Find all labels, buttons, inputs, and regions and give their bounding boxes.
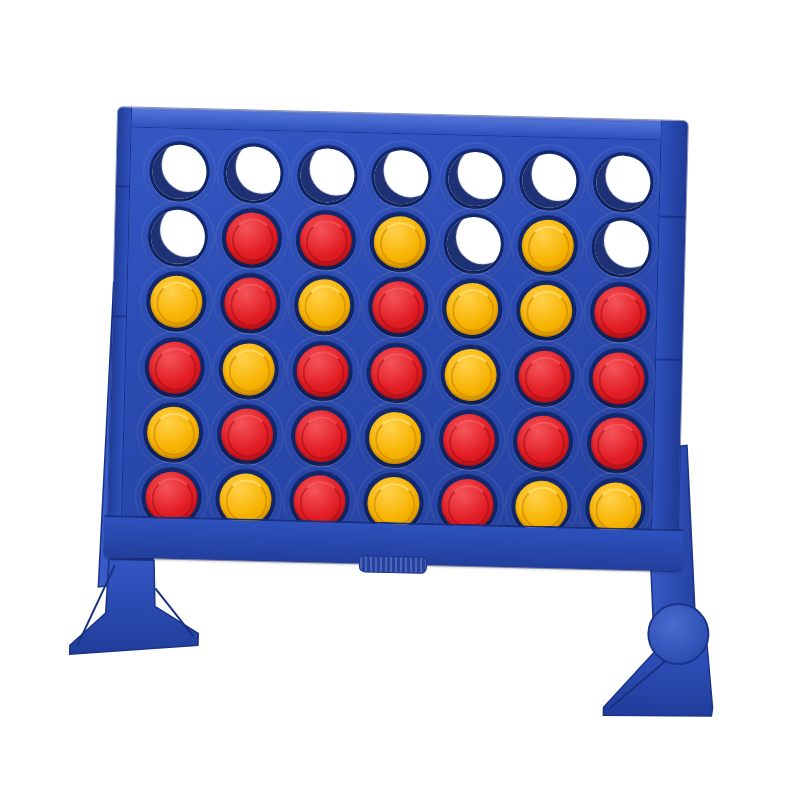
- cell-r5-c4[interactable]: [357, 405, 433, 472]
- cell-r4-c2[interactable]: [211, 336, 287, 403]
- cell-r3-c5[interactable]: [434, 276, 510, 343]
- mold-seam: [660, 216, 686, 219]
- empty-hole: [448, 151, 503, 206]
- cell-r1-c1[interactable]: [142, 138, 218, 205]
- yellow-disc: [444, 348, 497, 401]
- cell-r1-c4[interactable]: [364, 143, 440, 210]
- yellow-disc: [222, 343, 275, 396]
- cell-r1-c5[interactable]: [438, 145, 514, 212]
- cell-r5-c6[interactable]: [505, 408, 581, 475]
- leg-pivot-disc: [648, 603, 709, 664]
- hole-ring: [368, 277, 429, 338]
- hole-ring: [144, 337, 205, 398]
- cell-r5-c2[interactable]: [209, 401, 285, 468]
- hole-ring: [586, 413, 647, 474]
- cell-r4-c4[interactable]: [359, 339, 435, 406]
- hole-ring: [593, 152, 654, 213]
- hole-ring: [519, 150, 580, 211]
- mold-seam: [116, 185, 129, 187]
- red-disc: [592, 352, 645, 405]
- mold-seam: [656, 358, 682, 361]
- cell-r2-c1[interactable]: [140, 203, 216, 270]
- yellow-disc: [520, 284, 573, 337]
- cell-r2-c5[interactable]: [436, 210, 512, 277]
- red-disc: [370, 346, 423, 399]
- cell-r2-c2[interactable]: [214, 205, 290, 272]
- yellow-disc: [150, 275, 203, 328]
- red-disc: [594, 286, 647, 339]
- red-disc: [296, 344, 349, 397]
- empty-hole: [150, 209, 205, 264]
- hole-ring: [147, 206, 208, 267]
- board: [107, 107, 688, 571]
- cell-r3-c1[interactable]: [139, 268, 215, 335]
- red-disc: [299, 214, 352, 267]
- cell-r1-c2[interactable]: [216, 140, 292, 207]
- hole-ring: [295, 210, 356, 271]
- empty-hole: [152, 144, 207, 199]
- empty-hole: [374, 149, 429, 204]
- red-disc: [225, 212, 278, 265]
- cell-r2-c3[interactable]: [288, 207, 364, 274]
- hole-ring: [297, 144, 358, 205]
- cell-r3-c2[interactable]: [213, 270, 289, 337]
- cell-r4-c7[interactable]: [581, 345, 657, 412]
- hole-ring: [149, 141, 210, 202]
- cell-r3-c3[interactable]: [286, 272, 362, 339]
- yellow-disc: [521, 219, 574, 272]
- empty-hole: [594, 220, 649, 275]
- red-disc: [442, 413, 495, 466]
- cell-r2-c4[interactable]: [362, 209, 438, 276]
- red-disc: [294, 410, 347, 463]
- hole-ring: [142, 402, 203, 463]
- cell-r3-c4[interactable]: [360, 274, 436, 341]
- cell-r5-c3[interactable]: [283, 403, 359, 470]
- release-latch[interactable]: [359, 555, 427, 574]
- cell-r2-c7[interactable]: [584, 214, 660, 281]
- hole-ring: [588, 347, 649, 408]
- red-disc: [224, 277, 277, 330]
- cell-r2-c6[interactable]: [510, 212, 586, 279]
- connect-four-set: [103, 107, 688, 741]
- yellow-disc: [446, 283, 499, 336]
- cell-r5-c1[interactable]: [135, 399, 211, 466]
- cell-r3-c7[interactable]: [582, 279, 658, 346]
- hole-ring: [442, 279, 503, 340]
- cell-r4-c3[interactable]: [285, 337, 361, 404]
- yellow-disc: [298, 279, 351, 332]
- hole-ring: [369, 211, 430, 272]
- hole-ring: [443, 213, 504, 274]
- cell-r1-c7[interactable]: [586, 149, 662, 216]
- cell-r5-c7[interactable]: [579, 410, 655, 477]
- board-grid: [134, 138, 661, 543]
- cell-r5-c5[interactable]: [431, 406, 507, 473]
- red-disc: [590, 417, 643, 470]
- hole-ring: [514, 346, 575, 407]
- empty-hole: [446, 216, 501, 271]
- left-foot: [70, 558, 200, 657]
- top-rail: [120, 109, 686, 141]
- red-disc: [220, 408, 273, 461]
- hole-ring: [146, 271, 207, 332]
- hole-ring: [440, 344, 501, 405]
- red-disc: [516, 415, 569, 468]
- cell-r1-c3[interactable]: [290, 141, 366, 208]
- hole-ring: [445, 148, 506, 209]
- hole-ring: [371, 146, 432, 207]
- hole-ring: [216, 404, 277, 465]
- hole-ring: [364, 407, 425, 468]
- mold-seam: [113, 315, 126, 317]
- empty-hole: [522, 153, 577, 208]
- hole-ring: [515, 280, 576, 341]
- empty-hole: [596, 155, 651, 210]
- yellow-disc: [147, 406, 200, 459]
- hole-ring: [366, 342, 427, 403]
- hole-ring: [512, 411, 573, 472]
- hole-ring: [218, 338, 279, 399]
- cell-r4-c1[interactable]: [137, 334, 213, 401]
- hole-ring: [517, 215, 578, 276]
- hole-ring: [223, 143, 284, 204]
- cell-r3-c6[interactable]: [508, 278, 584, 345]
- empty-hole: [226, 146, 281, 201]
- red-disc: [148, 341, 201, 394]
- hole-ring: [290, 406, 351, 467]
- cell-r1-c6[interactable]: [512, 147, 588, 214]
- hole-ring: [294, 275, 355, 336]
- hole-ring: [589, 282, 650, 343]
- cell-r4-c6[interactable]: [507, 343, 583, 410]
- hole-ring: [220, 273, 281, 334]
- hole-ring: [221, 208, 282, 269]
- hole-ring: [292, 340, 353, 401]
- red-disc: [372, 281, 425, 334]
- yellow-disc: [368, 411, 421, 464]
- red-disc: [518, 350, 571, 403]
- yellow-disc: [373, 216, 426, 269]
- empty-hole: [300, 147, 355, 202]
- product-photo-scene: [0, 0, 800, 800]
- hole-ring: [438, 409, 499, 470]
- hole-ring: [591, 217, 652, 278]
- cell-r4-c5[interactable]: [433, 341, 509, 408]
